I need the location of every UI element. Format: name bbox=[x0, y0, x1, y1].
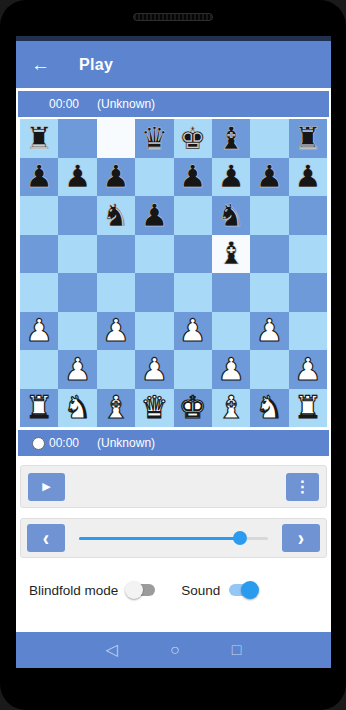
white-pawn: ♟ bbox=[64, 354, 92, 385]
square-h8[interactable]: ♜ bbox=[289, 119, 327, 158]
page-title: Play bbox=[79, 56, 113, 74]
square-a6[interactable] bbox=[20, 196, 58, 235]
page-background: ← Play 00:00 (Unknown) ♜♛♚♝♜♟♟♟♟♟♟♟♞♟♞♝♟… bbox=[0, 0, 346, 710]
black-knight: ♞ bbox=[217, 200, 245, 231]
square-a1[interactable]: ♜ bbox=[20, 389, 58, 428]
white-pawn: ♟ bbox=[102, 315, 130, 346]
square-d2[interactable]: ♟ bbox=[135, 350, 173, 389]
square-f1[interactable]: ♝ bbox=[212, 389, 250, 428]
black-pawn: ♟ bbox=[217, 161, 245, 192]
white-pawn: ♟ bbox=[256, 315, 284, 346]
white-bishop: ♝ bbox=[217, 392, 245, 423]
square-c5[interactable] bbox=[97, 235, 135, 274]
move-navigation-card: ‹ › bbox=[20, 518, 327, 558]
chevron-right-icon: › bbox=[298, 527, 304, 549]
square-b4[interactable] bbox=[58, 273, 96, 312]
square-h1[interactable]: ♜ bbox=[289, 389, 327, 428]
square-a4[interactable] bbox=[20, 273, 58, 312]
square-e1[interactable]: ♚ bbox=[174, 389, 212, 428]
player-bar-black: 00:00 (Unknown) bbox=[18, 91, 329, 117]
switch-thumb bbox=[241, 581, 259, 599]
square-e2[interactable] bbox=[174, 350, 212, 389]
square-a2[interactable] bbox=[20, 350, 58, 389]
playback-card: ▶ ⋮ bbox=[20, 465, 327, 508]
square-g7[interactable]: ♟ bbox=[250, 158, 288, 197]
square-c3[interactable]: ♟ bbox=[97, 312, 135, 351]
square-h6[interactable] bbox=[289, 196, 327, 235]
white-pawn: ♟ bbox=[217, 354, 245, 385]
square-e7[interactable]: ♟ bbox=[174, 158, 212, 197]
square-b5[interactable] bbox=[58, 235, 96, 274]
square-a3[interactable]: ♟ bbox=[20, 312, 58, 351]
white-knight: ♞ bbox=[64, 392, 92, 423]
white-turn-indicator-icon bbox=[32, 437, 45, 450]
white-pawn: ♟ bbox=[140, 354, 168, 385]
kebab-menu-icon: ⋮ bbox=[295, 479, 311, 495]
black-knight: ♞ bbox=[102, 200, 130, 231]
square-f7[interactable]: ♟ bbox=[212, 158, 250, 197]
white-pawn: ♟ bbox=[179, 315, 207, 346]
square-h5[interactable] bbox=[289, 235, 327, 274]
square-b1[interactable]: ♞ bbox=[58, 389, 96, 428]
sound-switch[interactable] bbox=[227, 580, 259, 600]
white-queen: ♛ bbox=[140, 392, 168, 423]
app-bar: ← Play bbox=[16, 41, 331, 88]
black-pawn: ♟ bbox=[25, 161, 53, 192]
square-c2[interactable] bbox=[97, 350, 135, 389]
square-a5[interactable] bbox=[20, 235, 58, 274]
square-h3[interactable] bbox=[289, 312, 327, 351]
chevron-left-icon: ‹ bbox=[43, 527, 49, 549]
player-bar-white: 00:00 (Unknown) bbox=[18, 430, 329, 456]
square-c7[interactable]: ♟ bbox=[97, 158, 135, 197]
white-rook: ♜ bbox=[294, 392, 322, 423]
nav-back-icon[interactable]: ◁ bbox=[106, 642, 118, 658]
android-nav-bar: ◁ ○ □ bbox=[16, 632, 331, 668]
play-icon: ▶ bbox=[42, 480, 50, 493]
nav-home-icon[interactable]: ○ bbox=[170, 642, 180, 658]
square-e5[interactable] bbox=[174, 235, 212, 274]
white-pawn: ♟ bbox=[25, 315, 53, 346]
square-g1[interactable]: ♞ bbox=[250, 389, 288, 428]
black-rook: ♜ bbox=[294, 123, 322, 154]
square-d3[interactable] bbox=[135, 312, 173, 351]
square-f2[interactable]: ♟ bbox=[212, 350, 250, 389]
black-rook: ♜ bbox=[25, 123, 53, 154]
square-f4[interactable] bbox=[212, 273, 250, 312]
move-slider[interactable] bbox=[79, 524, 268, 552]
square-b2[interactable]: ♟ bbox=[58, 350, 96, 389]
square-d5[interactable] bbox=[135, 235, 173, 274]
nav-recents-icon[interactable]: □ bbox=[232, 642, 242, 658]
previous-move-button[interactable]: ‹ bbox=[27, 524, 65, 552]
white-knight: ♞ bbox=[256, 392, 284, 423]
square-g5[interactable] bbox=[250, 235, 288, 274]
black-pawn: ♟ bbox=[256, 161, 284, 192]
square-h4[interactable] bbox=[289, 273, 327, 312]
menu-button[interactable]: ⋮ bbox=[286, 473, 319, 501]
black-pawn: ♟ bbox=[64, 161, 92, 192]
square-g6[interactable] bbox=[250, 196, 288, 235]
slider-fill bbox=[79, 537, 240, 540]
square-c1[interactable]: ♝ bbox=[97, 389, 135, 428]
play-button[interactable]: ▶ bbox=[28, 473, 65, 501]
speaker-grille-icon bbox=[133, 13, 213, 21]
square-c6[interactable]: ♞ bbox=[97, 196, 135, 235]
black-bishop: ♝ bbox=[217, 238, 245, 269]
sound-label: Sound bbox=[181, 583, 220, 598]
black-player-name: (Unknown) bbox=[97, 97, 155, 111]
black-king: ♚ bbox=[179, 123, 207, 154]
square-e4[interactable] bbox=[174, 273, 212, 312]
white-king: ♚ bbox=[179, 392, 207, 423]
square-f8[interactable]: ♝ bbox=[212, 119, 250, 158]
square-b6[interactable] bbox=[58, 196, 96, 235]
square-d1[interactable]: ♛ bbox=[135, 389, 173, 428]
square-d6[interactable]: ♟ bbox=[135, 196, 173, 235]
square-e3[interactable]: ♟ bbox=[174, 312, 212, 351]
square-e6[interactable] bbox=[174, 196, 212, 235]
black-queen: ♛ bbox=[140, 123, 168, 154]
phone-frame: ← Play 00:00 (Unknown) ♜♛♚♝♜♟♟♟♟♟♟♟♞♟♞♝♟… bbox=[0, 0, 346, 710]
black-pawn: ♟ bbox=[179, 161, 207, 192]
white-pawn: ♟ bbox=[294, 354, 322, 385]
square-f3[interactable] bbox=[212, 312, 250, 351]
square-d8[interactable]: ♛ bbox=[135, 119, 173, 158]
slider-track bbox=[79, 537, 268, 540]
white-rook: ♜ bbox=[25, 392, 53, 423]
settings-row: Blindfold mode Sound bbox=[16, 578, 331, 602]
square-c8[interactable] bbox=[97, 119, 135, 158]
white-bishop: ♝ bbox=[102, 392, 130, 423]
switch-thumb bbox=[125, 581, 143, 599]
white-clock: 00:00 bbox=[49, 436, 79, 450]
square-f5[interactable]: ♝ bbox=[212, 235, 250, 274]
square-h2[interactable]: ♟ bbox=[289, 350, 327, 389]
square-b7[interactable]: ♟ bbox=[58, 158, 96, 197]
square-b3[interactable] bbox=[58, 312, 96, 351]
next-move-button[interactable]: › bbox=[282, 524, 320, 552]
square-h7[interactable]: ♟ bbox=[289, 158, 327, 197]
black-pawn: ♟ bbox=[294, 161, 322, 192]
white-player-name: (Unknown) bbox=[97, 436, 155, 450]
square-d7[interactable] bbox=[135, 158, 173, 197]
black-clock: 00:00 bbox=[49, 97, 79, 111]
blindfold-mode-label: Blindfold mode bbox=[29, 583, 118, 598]
blindfold-mode-switch[interactable] bbox=[125, 580, 157, 600]
square-c4[interactable] bbox=[97, 273, 135, 312]
square-f6[interactable]: ♞ bbox=[212, 196, 250, 235]
square-g3[interactable]: ♟ bbox=[250, 312, 288, 351]
square-a8[interactable]: ♜ bbox=[20, 119, 58, 158]
back-arrow-icon[interactable]: ← bbox=[31, 54, 50, 76]
slider-thumb[interactable] bbox=[233, 531, 247, 545]
square-a7[interactable]: ♟ bbox=[20, 158, 58, 197]
square-g4[interactable] bbox=[250, 273, 288, 312]
square-g8[interactable] bbox=[250, 119, 288, 158]
square-g2[interactable] bbox=[250, 350, 288, 389]
square-e8[interactable]: ♚ bbox=[174, 119, 212, 158]
screen: ← Play 00:00 (Unknown) ♜♛♚♝♜♟♟♟♟♟♟♟♞♟♞♝♟… bbox=[16, 36, 331, 668]
chess-board: ♜♛♚♝♜♟♟♟♟♟♟♟♞♟♞♝♟♟♟♟♟♟♟♟♜♞♝♛♚♝♞♜ bbox=[20, 119, 327, 427]
black-pawn: ♟ bbox=[102, 161, 130, 192]
square-b8[interactable] bbox=[58, 119, 96, 158]
square-d4[interactable] bbox=[135, 273, 173, 312]
black-bishop: ♝ bbox=[217, 123, 245, 154]
black-pawn: ♟ bbox=[140, 200, 168, 231]
